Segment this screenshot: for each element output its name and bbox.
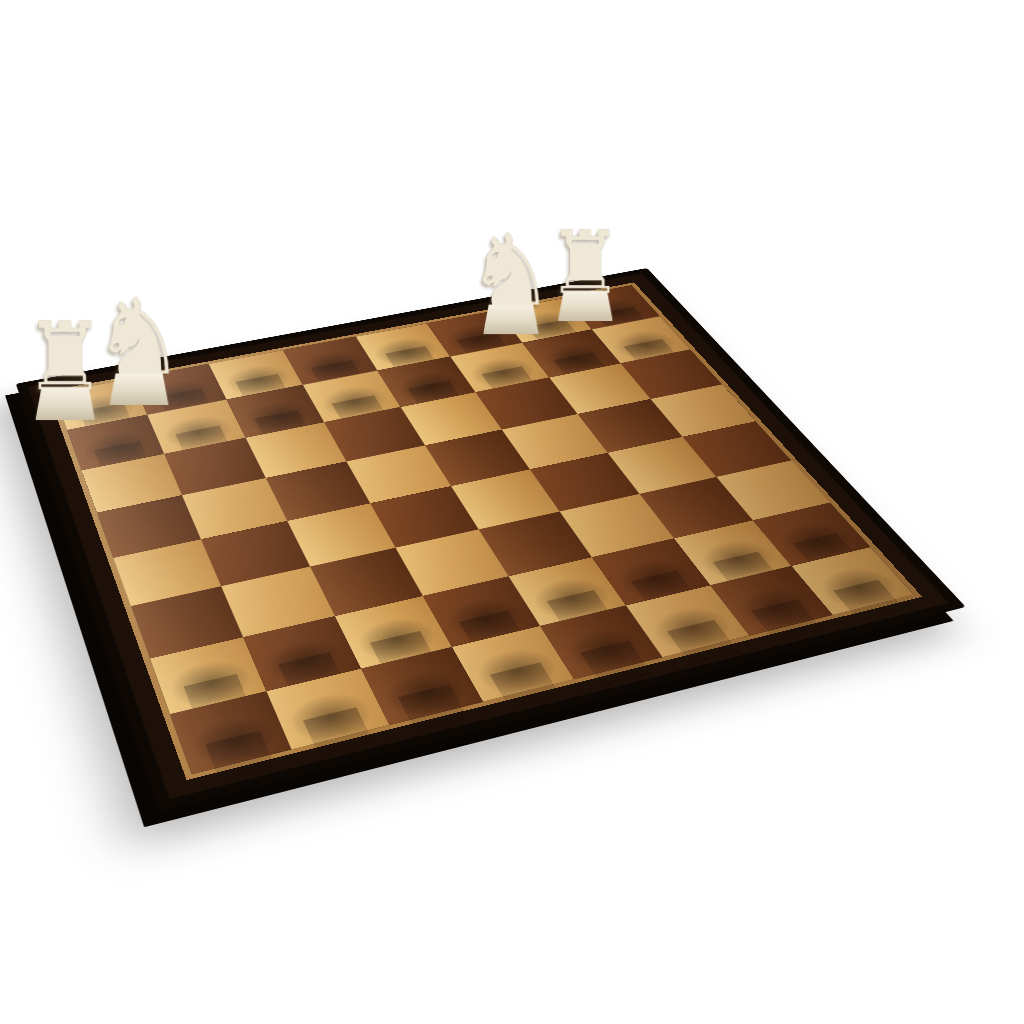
spaces-label: SPACES <box>152 742 183 749</box>
square-h4[interactable] <box>97 495 201 558</box>
move-arrows-icon: ↖ ↗ ↙ ↘ <box>375 667 413 702</box>
move-arrows-icon: ← ↑ → ↓ ↖ ↗ ↘ ↙ <box>452 635 491 680</box>
black-rook-glyph-icon: ♜ <box>775 467 871 566</box>
chess-board: ♜♞♝♚♛♝♞♜♟♟♟♟♟♟♟♟♟PAWN1-(2)SPACES↑♟PAWN1-… <box>47 282 922 780</box>
spaces-label: SPACES <box>613 628 641 634</box>
piece-body: ♟ <box>375 323 437 397</box>
move-arrows-icon: ← ↑ → ↓ ↖ ↗ ↘ ↙ <box>549 614 588 658</box>
board-grid: ♜♞♝♚♛♝♞♜♟♟♟♟♟♟♟♟♟PAWN1-(2)SPACES↑♟PAWN1-… <box>47 282 922 780</box>
move-guide-base: KNIGHT3SPACES↰ ↱ ↲ ↳ <box>237 678 322 734</box>
move-guide-base: BISHOP1-7SPACES↖ ↗ ↙ ↘ <box>332 655 416 710</box>
spaces-label: SPACES <box>340 695 370 702</box>
board-scene: ♜♞♝♚♛♝♞♜♟♟♟♟♟♟♟♟♟PAWN1-(2)SPACES↑♟PAWN1-… <box>140 100 752 712</box>
move-guide-band: KNIGHT3SPACES↰ ↱ ↲ ↳ <box>696 581 770 617</box>
move-arrows-icon: ← → ↑ ↓ <box>187 714 228 750</box>
spaces-label: SPACES <box>791 587 819 593</box>
move-range-label: 1-7 <box>792 572 817 588</box>
move-guide-base: ROOK1-7SPACES← → ↑ ↓ <box>784 551 862 602</box>
spaces-label: SPACES <box>701 608 729 614</box>
move-range-label: 1-7 <box>615 612 640 628</box>
black-rook-glyph-icon: ♜ <box>134 609 241 718</box>
move-guide-band: BISHOP1-7SPACES↖ ↗ ↙ ↘ <box>334 666 413 704</box>
piece-body: ♟ <box>57 382 122 460</box>
piece-body: ♟ <box>299 338 362 413</box>
move-arrows-icon: ↰ ↱ ↲ ↳ <box>734 582 770 615</box>
move-range-label: 1-7 <box>153 725 180 743</box>
piece-plinth <box>229 404 274 428</box>
move-guide-band: ROOK1-7SPACES← → ↑ ↓ <box>786 561 859 596</box>
move-guide-base: ROOK1-7SPACES← → ↑ ↓ <box>144 702 230 759</box>
move-range-label: 3 <box>711 592 721 608</box>
move-guide-band: KNIGHT3SPACES↰ ↱ ↲ ↳ <box>240 689 320 728</box>
piece-plinth <box>308 389 352 412</box>
piece-plinth <box>603 332 645 354</box>
move-range-label: 3 <box>255 701 265 718</box>
piece-body: ♟ <box>523 296 583 368</box>
move-arrows-icon: ↖ ↗ ↙ ↘ <box>647 602 683 636</box>
piece-plinth <box>531 346 574 368</box>
piece-body: ♟ <box>220 352 283 428</box>
piece-body: ♟ <box>450 310 511 383</box>
piece-body: ♜ROOK1-7SPACES← → ↑ ↓ <box>134 609 241 759</box>
piece-plinth <box>459 360 502 383</box>
move-arrows-icon: ← → ↑ ↓ <box>822 562 859 595</box>
piece-plinth <box>149 420 195 444</box>
spaces-label: SPACES <box>245 718 275 725</box>
move-range-label: 1-7 <box>341 678 368 695</box>
product-photo-stage: ♜♞♝♚♛♝♞♜♟♟♟♟♟♟♟♟♟PAWN1-(2)SPACES↑♟PAWN1-… <box>0 0 1024 1024</box>
move-arrows-icon: ↰ ↱ ↲ ↳ <box>281 690 320 726</box>
piece-body: ♟ <box>594 283 654 354</box>
move-guide-band: ROOK1-7SPACES← → ↑ ↓ <box>147 712 228 751</box>
move-guide-band: BISHOP1-7SPACES↖ ↗ ↙ ↘ <box>608 601 683 637</box>
move-guide-base: BISHOP1-7SPACES↖ ↗ ↙ ↘ <box>605 591 685 644</box>
piece-body: ♜ROOK1-7SPACES← → ↑ ↓ <box>775 467 871 602</box>
piece-body: ♟ <box>140 367 204 444</box>
piece-plinth <box>67 435 113 459</box>
piece-plinth <box>384 374 428 397</box>
move-guide-base: KNIGHT3SPACES↰ ↱ ↲ ↳ <box>694 571 773 623</box>
